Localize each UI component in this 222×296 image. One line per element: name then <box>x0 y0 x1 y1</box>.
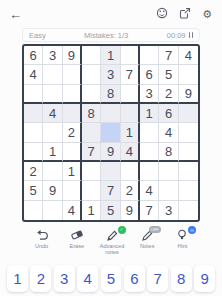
erase-button[interactable]: Erase <box>59 229 94 256</box>
hint-label: Hint <box>165 243 200 249</box>
cell-r3c4[interactable] <box>82 85 101 104</box>
cell-r9c8[interactable]: 3 <box>159 201 178 220</box>
cell-r7c4[interactable] <box>82 162 101 181</box>
cell-r6c5[interactable]: 9 <box>101 143 120 162</box>
cell-r7c1[interactable]: 2 <box>24 162 43 181</box>
cell-r2c7[interactable]: 6 <box>140 65 159 84</box>
cell-r8c1[interactable]: 5 <box>24 181 43 200</box>
cell-r5c4[interactable] <box>82 123 101 142</box>
cell-r3c3[interactable] <box>63 85 82 104</box>
cell-r7c2[interactable] <box>43 162 62 181</box>
cell-r9c7[interactable]: 7 <box>140 201 159 220</box>
cell-r2c5[interactable]: 3 <box>101 65 120 84</box>
cell-r5c2[interactable] <box>43 123 62 142</box>
hint-button[interactable]: ∞ Hint <box>165 229 200 256</box>
cell-r6c8[interactable]: 8 <box>159 143 178 162</box>
cell-r4c4[interactable]: 8 <box>82 104 101 123</box>
cell-r8c4[interactable] <box>82 181 101 200</box>
numpad-button-2[interactable]: 2 <box>30 265 51 292</box>
cell-r7c6[interactable] <box>121 162 140 181</box>
cell-r1c5[interactable]: 1 <box>101 46 120 65</box>
advanced-notes-button[interactable]: ✓ Advanced notes <box>94 229 129 256</box>
cell-r7c8[interactable] <box>159 162 178 181</box>
cell-r7c3[interactable]: 1 <box>63 162 82 181</box>
cell-r8c5[interactable]: 7 <box>101 181 120 200</box>
cell-r1c4[interactable] <box>82 46 101 65</box>
cell-r6c6[interactable]: 4 <box>121 143 140 162</box>
undo-label: Undo <box>24 243 59 249</box>
cell-r1c9[interactable]: 4 <box>179 46 198 65</box>
cell-r8c8[interactable] <box>159 181 178 200</box>
cell-r8c7[interactable]: 4 <box>140 181 159 200</box>
cell-r5c5[interactable] <box>101 123 120 142</box>
cell-r6c2[interactable]: 1 <box>43 143 62 162</box>
cell-r7c5[interactable] <box>101 162 120 181</box>
cell-r3c1[interactable] <box>24 85 43 104</box>
cell-r4c1[interactable] <box>24 104 43 123</box>
cell-r7c7[interactable] <box>140 162 159 181</box>
difficulty-label[interactable]: Easy <box>29 31 46 40</box>
cell-r2c3[interactable] <box>63 65 82 84</box>
cell-r8c3[interactable] <box>63 181 82 200</box>
cell-r9c6[interactable]: 9 <box>121 201 140 220</box>
cell-r9c2[interactable] <box>43 201 62 220</box>
numpad-button-8[interactable]: 8 <box>171 265 192 292</box>
mistakes-counter: Mistakes: 1/3 <box>84 31 128 40</box>
cell-r6c3[interactable] <box>63 143 82 162</box>
cell-r2c6[interactable]: 7 <box>121 65 140 84</box>
cell-r9c3[interactable]: 4 <box>63 201 82 220</box>
back-icon[interactable]: ← <box>9 8 22 21</box>
cell-r8c9[interactable] <box>179 181 198 200</box>
cell-r6c4[interactable]: 7 <box>82 143 101 162</box>
cell-r3c9[interactable]: 9 <box>179 85 198 104</box>
cell-r4c2[interactable]: 4 <box>43 104 62 123</box>
cell-r8c6[interactable]: 2 <box>121 181 140 200</box>
cell-r3c5[interactable]: 8 <box>101 85 120 104</box>
cell-r1c6[interactable] <box>121 46 140 65</box>
cell-r1c2[interactable]: 3 <box>43 46 62 65</box>
cell-r2c4[interactable] <box>82 65 101 84</box>
cell-r5c9[interactable] <box>179 123 198 142</box>
palette-icon[interactable] <box>156 5 168 23</box>
cell-r4c9[interactable] <box>179 104 198 123</box>
cell-r5c8[interactable]: 4 <box>159 123 178 142</box>
notes-badge: OFF <box>149 226 161 233</box>
cell-r3c8[interactable]: 2 <box>159 85 178 104</box>
board: 6391744376583294816214179482159724415973 <box>22 44 200 222</box>
numpad-button-6[interactable]: 6 <box>124 265 145 292</box>
numpad-button-1[interactable]: 1 <box>7 265 28 292</box>
hint-badge: ∞ <box>188 226 196 234</box>
cell-r4c6[interactable] <box>121 104 140 123</box>
numpad-button-5[interactable]: 5 <box>101 265 122 292</box>
advanced-notes-label: Advanced notes <box>94 243 129 256</box>
cell-r2c8[interactable]: 5 <box>159 65 178 84</box>
cell-r4c3[interactable] <box>63 104 82 123</box>
cell-r5c1[interactable] <box>24 123 43 142</box>
numpad-button-3[interactable]: 3 <box>54 265 75 292</box>
cell-r2c1[interactable]: 4 <box>24 65 43 84</box>
number-pad: 123456789 <box>0 256 222 292</box>
top-bar: ← ⚙ <box>0 0 222 22</box>
numpad-button-7[interactable]: 7 <box>147 265 168 292</box>
cell-r1c8[interactable]: 7 <box>159 46 178 65</box>
cell-r9c9[interactable] <box>179 201 198 220</box>
cell-r6c1[interactable] <box>24 143 43 162</box>
settings-icon[interactable]: ⚙ <box>202 9 212 20</box>
timer: 00:09 <box>167 31 186 40</box>
cell-r1c7[interactable] <box>140 46 159 65</box>
share-icon[interactable] <box>179 5 191 23</box>
status-bar: Easy Mistakes: 1/3 00:09 <box>22 28 200 42</box>
cell-r5c7[interactable] <box>140 123 159 142</box>
undo-icon <box>24 229 59 241</box>
toolbar: Undo Erase ✓ Advanced notes <box>0 222 222 256</box>
cell-r3c2[interactable] <box>43 85 62 104</box>
notes-label: Notes <box>130 243 165 249</box>
cell-r3c6[interactable] <box>121 85 140 104</box>
cell-r5c3[interactable]: 2 <box>63 123 82 142</box>
cell-r3c7[interactable]: 3 <box>140 85 159 104</box>
cell-r2c9[interactable] <box>179 65 198 84</box>
cell-r4c7[interactable]: 1 <box>140 104 159 123</box>
cell-r9c1[interactable] <box>24 201 43 220</box>
cell-r7c9[interactable] <box>179 162 198 181</box>
cell-r4c8[interactable]: 6 <box>159 104 178 123</box>
sudoku-app: ← ⚙ Easy Mistakes: 1 <box>0 0 222 296</box>
numpad-button-9[interactable]: 9 <box>194 265 215 292</box>
cell-r6c7[interactable] <box>140 143 159 162</box>
cell-r8c2[interactable]: 9 <box>43 181 62 200</box>
undo-button[interactable]: Undo <box>24 229 59 256</box>
cell-r5c6[interactable]: 1 <box>121 123 140 142</box>
pause-icon[interactable] <box>189 32 194 38</box>
cell-r1c1[interactable]: 6 <box>24 46 43 65</box>
cell-r9c5[interactable]: 5 <box>101 201 120 220</box>
cell-r1c3[interactable]: 9 <box>63 46 82 65</box>
cell-r2c2[interactable] <box>43 65 62 84</box>
notes-button[interactable]: OFF Notes <box>130 229 165 256</box>
advanced-notes-badge: ✓ <box>118 226 126 234</box>
cell-r6c9[interactable] <box>179 143 198 162</box>
cell-r4c5[interactable] <box>101 104 120 123</box>
cell-r9c4[interactable]: 1 <box>82 201 101 220</box>
eraser-icon <box>59 229 94 241</box>
erase-label: Erase <box>59 243 94 249</box>
numpad-button-4[interactable]: 4 <box>77 265 98 292</box>
